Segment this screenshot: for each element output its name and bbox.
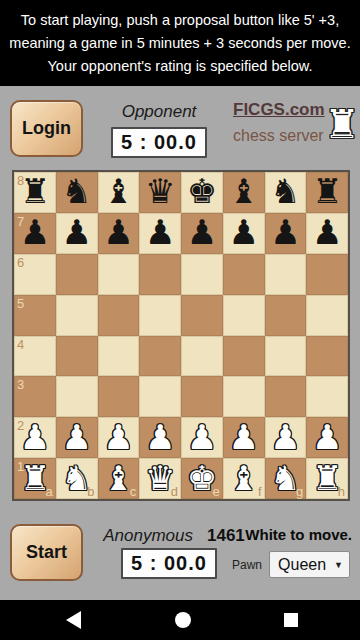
rank-label-3: 3 bbox=[17, 378, 24, 391]
square-a8[interactable]: 8♜ bbox=[14, 172, 56, 213]
square-g6[interactable] bbox=[265, 254, 307, 295]
square-e1[interactable]: e♚ bbox=[181, 458, 223, 499]
site-subtitle: chess server bbox=[233, 127, 324, 145]
square-g7[interactable]: ♟ bbox=[265, 213, 307, 254]
file-label-d: d bbox=[171, 485, 178, 498]
square-c4[interactable] bbox=[98, 336, 140, 377]
square-e5[interactable] bbox=[181, 295, 223, 336]
rank-label-5: 5 bbox=[17, 297, 24, 310]
opponent-label: Opponent bbox=[100, 102, 218, 122]
rank-label-8: 8 bbox=[17, 174, 24, 187]
file-label-a: a bbox=[46, 485, 53, 498]
opponent-clock-value: 5 : 00.0 bbox=[121, 131, 197, 154]
start-button-label: Start bbox=[26, 542, 67, 563]
piece-black-pawn: ♟ bbox=[103, 215, 133, 249]
rank-label-2: 2 bbox=[17, 419, 24, 432]
piece-white-pawn: ♟ bbox=[187, 420, 217, 454]
square-b1[interactable]: b♞ bbox=[56, 458, 98, 499]
piece-black-pawn: ♟ bbox=[20, 215, 50, 249]
white-rook-icon: ♜ bbox=[324, 98, 354, 150]
back-icon[interactable] bbox=[66, 611, 81, 629]
square-h3[interactable] bbox=[306, 376, 348, 417]
square-h6[interactable] bbox=[306, 254, 348, 295]
square-g3[interactable] bbox=[265, 376, 307, 417]
square-e2[interactable]: ♟ bbox=[181, 417, 223, 458]
square-a2[interactable]: 2♟ bbox=[14, 417, 56, 458]
piece-black-bishop: ♝ bbox=[228, 174, 258, 208]
player-name: Anonymous bbox=[103, 526, 193, 546]
square-a5[interactable]: 5 bbox=[14, 295, 56, 336]
square-a7[interactable]: 7♟ bbox=[14, 213, 56, 254]
square-h1[interactable]: h♜ bbox=[306, 458, 348, 499]
square-d2[interactable]: ♟ bbox=[139, 417, 181, 458]
square-b2[interactable]: ♟ bbox=[56, 417, 98, 458]
square-h4[interactable] bbox=[306, 336, 348, 377]
instructions-banner: To start playing, push a proposal button… bbox=[0, 0, 360, 86]
home-icon[interactable] bbox=[175, 612, 191, 628]
promotion-selected-value: Queen bbox=[278, 556, 326, 574]
square-b3[interactable] bbox=[56, 376, 98, 417]
file-label-f: f bbox=[258, 485, 262, 498]
square-h2[interactable]: ♟ bbox=[306, 417, 348, 458]
piece-white-pawn: ♟ bbox=[20, 420, 50, 454]
square-f4[interactable] bbox=[223, 336, 265, 377]
square-c3[interactable] bbox=[98, 376, 140, 417]
piece-black-rook: ♜ bbox=[312, 174, 342, 208]
turn-indicator: White to move. bbox=[202, 526, 352, 543]
file-label-h: h bbox=[338, 485, 345, 498]
piece-white-queen: ♛ bbox=[145, 461, 175, 495]
square-g1[interactable]: g♞ bbox=[265, 458, 307, 499]
piece-black-pawn: ♟ bbox=[312, 215, 342, 249]
square-f3[interactable] bbox=[223, 376, 265, 417]
piece-white-rook: ♜ bbox=[312, 461, 342, 495]
square-b5[interactable] bbox=[56, 295, 98, 336]
square-d6[interactable] bbox=[139, 254, 181, 295]
piece-black-knight: ♞ bbox=[270, 174, 300, 208]
square-h8[interactable]: ♜ bbox=[306, 172, 348, 213]
piece-black-knight: ♞ bbox=[61, 174, 91, 208]
square-c5[interactable] bbox=[98, 295, 140, 336]
piece-black-pawn: ♟ bbox=[61, 215, 91, 249]
square-b6[interactable] bbox=[56, 254, 98, 295]
square-c8[interactable]: ♝ bbox=[98, 172, 140, 213]
square-c6[interactable] bbox=[98, 254, 140, 295]
square-a4[interactable]: 4 bbox=[14, 336, 56, 377]
login-button-label: Login bbox=[22, 118, 71, 139]
piece-white-pawn: ♟ bbox=[228, 420, 258, 454]
square-b8[interactable]: ♞ bbox=[56, 172, 98, 213]
android-nav-bar bbox=[0, 600, 360, 640]
rank-label-7: 7 bbox=[17, 215, 24, 228]
file-label-g: g bbox=[296, 485, 303, 498]
piece-white-king: ♚ bbox=[187, 461, 217, 495]
file-label-c: c bbox=[130, 485, 137, 498]
square-f8[interactable]: ♝ bbox=[223, 172, 265, 213]
piece-black-rook: ♜ bbox=[20, 174, 50, 208]
square-h7[interactable]: ♟ bbox=[306, 213, 348, 254]
piece-white-pawn: ♟ bbox=[145, 420, 175, 454]
promotion-label: Pawn bbox=[232, 558, 262, 572]
square-f6[interactable] bbox=[223, 254, 265, 295]
rank-label-6: 6 bbox=[17, 256, 24, 269]
piece-black-pawn: ♟ bbox=[228, 215, 258, 249]
piece-white-pawn: ♟ bbox=[61, 420, 91, 454]
square-c1[interactable]: c♝ bbox=[98, 458, 140, 499]
chess-board[interactable]: 8♜♞♝♛♚♝♞♜7♟♟♟♟♟♟♟♟65432♟♟♟♟♟♟♟♟1a♜b♞c♝d♛… bbox=[12, 170, 350, 501]
square-e8[interactable]: ♚ bbox=[181, 172, 223, 213]
square-e6[interactable] bbox=[181, 254, 223, 295]
opponent-clock: 5 : 00.0 bbox=[111, 127, 207, 158]
square-g4[interactable] bbox=[265, 336, 307, 377]
square-d5[interactable] bbox=[139, 295, 181, 336]
square-e3[interactable] bbox=[181, 376, 223, 417]
square-d7[interactable]: ♟ bbox=[139, 213, 181, 254]
piece-white-knight: ♞ bbox=[61, 461, 91, 495]
start-button[interactable]: Start bbox=[10, 524, 83, 581]
square-g8[interactable]: ♞ bbox=[265, 172, 307, 213]
square-c2[interactable]: ♟ bbox=[98, 417, 140, 458]
piece-black-king: ♚ bbox=[187, 174, 217, 208]
piece-white-rook: ♜ bbox=[20, 461, 50, 495]
chevron-down-icon: ▼ bbox=[334, 560, 343, 570]
square-d3[interactable] bbox=[139, 376, 181, 417]
piece-white-bishop: ♝ bbox=[228, 461, 258, 495]
player-clock-value: 5 : 00.0 bbox=[131, 552, 207, 575]
piece-black-pawn: ♟ bbox=[145, 215, 175, 249]
square-h5[interactable] bbox=[306, 295, 348, 336]
piece-black-pawn: ♟ bbox=[270, 215, 300, 249]
app-screen: To start playing, push a proposal button… bbox=[0, 0, 360, 640]
square-b4[interactable] bbox=[56, 336, 98, 377]
square-d4[interactable] bbox=[139, 336, 181, 377]
piece-black-pawn: ♟ bbox=[187, 215, 217, 249]
file-label-b: b bbox=[87, 485, 94, 498]
square-f5[interactable] bbox=[223, 295, 265, 336]
piece-white-pawn: ♟ bbox=[270, 420, 300, 454]
piece-white-pawn: ♟ bbox=[312, 420, 342, 454]
square-f7[interactable]: ♟ bbox=[223, 213, 265, 254]
square-e4[interactable] bbox=[181, 336, 223, 377]
ficgs-link[interactable]: FICGS.com bbox=[233, 100, 325, 120]
square-d8[interactable]: ♛ bbox=[139, 172, 181, 213]
square-f1[interactable]: f♝ bbox=[223, 458, 265, 499]
promotion-row: Pawn Queen ▼ bbox=[232, 551, 350, 578]
piece-white-bishop: ♝ bbox=[103, 461, 133, 495]
file-label-e: e bbox=[213, 485, 220, 498]
square-b7[interactable]: ♟ bbox=[56, 213, 98, 254]
login-button[interactable]: Login bbox=[10, 100, 83, 157]
square-a3[interactable]: 3 bbox=[14, 376, 56, 417]
rank-label-4: 4 bbox=[17, 338, 24, 351]
piece-black-bishop: ♝ bbox=[103, 174, 133, 208]
recents-icon[interactable] bbox=[284, 613, 298, 627]
square-c7[interactable]: ♟ bbox=[98, 213, 140, 254]
square-a6[interactable]: 6 bbox=[14, 254, 56, 295]
square-g5[interactable] bbox=[265, 295, 307, 336]
square-g2[interactable]: ♟ bbox=[265, 417, 307, 458]
square-d1[interactable]: d♛ bbox=[139, 458, 181, 499]
player-clock: 5 : 00.0 bbox=[121, 548, 217, 579]
piece-black-queen: ♛ bbox=[145, 174, 175, 208]
square-e7[interactable]: ♟ bbox=[181, 213, 223, 254]
rank-label-1: 1 bbox=[17, 460, 24, 473]
square-a1[interactable]: 1a♜ bbox=[14, 458, 56, 499]
square-f2[interactable]: ♟ bbox=[223, 417, 265, 458]
piece-white-pawn: ♟ bbox=[103, 420, 133, 454]
piece-white-knight: ♞ bbox=[270, 461, 300, 495]
promotion-select[interactable]: Queen ▼ bbox=[269, 551, 350, 578]
